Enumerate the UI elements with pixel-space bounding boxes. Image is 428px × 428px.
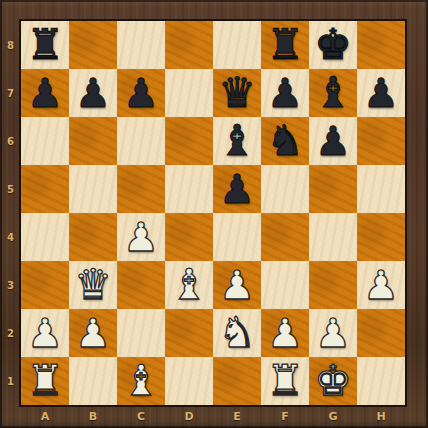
file-labels: ABCDEFGH <box>21 405 405 428</box>
square-h1[interactable] <box>357 357 405 405</box>
white-bishop[interactable]: ♝ <box>170 261 208 309</box>
square-d4[interactable] <box>165 213 213 261</box>
square-g1[interactable]: ♚ <box>309 357 357 405</box>
square-a6[interactable] <box>21 117 69 165</box>
white-king[interactable]: ♚ <box>314 357 352 405</box>
square-a3[interactable] <box>21 261 69 309</box>
black-pawn[interactable]: ♟ <box>27 69 63 117</box>
square-c1[interactable]: ♝ <box>117 357 165 405</box>
square-d7[interactable] <box>165 69 213 117</box>
square-e3[interactable]: ♟ <box>213 261 261 309</box>
chess-board[interactable]: ♜♜♚♟♟♟♛♟♝♟♝♞♟♟♟♛♝♟♟♟♟♞♟♟♜♝♜♚ <box>21 21 405 405</box>
white-pawn[interactable]: ♟ <box>267 309 303 357</box>
square-g5[interactable] <box>309 165 357 213</box>
black-queen[interactable]: ♛ <box>218 69 256 117</box>
white-pawn[interactable]: ♟ <box>363 261 399 309</box>
rank-label-8: 8 <box>0 21 21 69</box>
rank-label-3: 3 <box>0 261 21 309</box>
black-bishop[interactable]: ♝ <box>218 117 256 165</box>
square-c3[interactable] <box>117 261 165 309</box>
white-pawn[interactable]: ♟ <box>75 309 111 357</box>
white-pawn[interactable]: ♟ <box>315 309 351 357</box>
white-knight[interactable]: ♞ <box>218 309 256 357</box>
black-pawn[interactable]: ♟ <box>123 69 159 117</box>
rank-label-1: 1 <box>0 357 21 405</box>
white-pawn[interactable]: ♟ <box>27 309 63 357</box>
square-g7[interactable]: ♝ <box>309 69 357 117</box>
square-g6[interactable]: ♟ <box>309 117 357 165</box>
black-pawn[interactable]: ♟ <box>363 69 399 117</box>
file-label-c: C <box>117 405 165 428</box>
square-a8[interactable]: ♜ <box>21 21 69 69</box>
white-bishop[interactable]: ♝ <box>122 357 160 405</box>
square-h2[interactable] <box>357 309 405 357</box>
square-f8[interactable]: ♜ <box>261 21 309 69</box>
square-f1[interactable]: ♜ <box>261 357 309 405</box>
file-label-b: B <box>69 405 117 428</box>
black-pawn[interactable]: ♟ <box>315 117 351 165</box>
square-d8[interactable] <box>165 21 213 69</box>
square-c2[interactable] <box>117 309 165 357</box>
square-h4[interactable] <box>357 213 405 261</box>
file-label-f: F <box>261 405 309 428</box>
square-a4[interactable] <box>21 213 69 261</box>
white-pawn[interactable]: ♟ <box>123 213 159 261</box>
file-label-d: D <box>165 405 213 428</box>
square-g2[interactable]: ♟ <box>309 309 357 357</box>
rank-label-4: 4 <box>0 213 21 261</box>
rank-label-5: 5 <box>0 165 21 213</box>
square-h5[interactable] <box>357 165 405 213</box>
square-d5[interactable] <box>165 165 213 213</box>
square-a7[interactable]: ♟ <box>21 69 69 117</box>
square-b2[interactable]: ♟ <box>69 309 117 357</box>
square-b1[interactable] <box>69 357 117 405</box>
square-b4[interactable] <box>69 213 117 261</box>
square-f7[interactable]: ♟ <box>261 69 309 117</box>
square-h8[interactable] <box>357 21 405 69</box>
square-e8[interactable] <box>213 21 261 69</box>
file-label-a: A <box>21 405 69 428</box>
square-e7[interactable]: ♛ <box>213 69 261 117</box>
square-f4[interactable] <box>261 213 309 261</box>
square-c6[interactable] <box>117 117 165 165</box>
square-f3[interactable] <box>261 261 309 309</box>
square-d6[interactable] <box>165 117 213 165</box>
square-e6[interactable]: ♝ <box>213 117 261 165</box>
square-a2[interactable]: ♟ <box>21 309 69 357</box>
black-knight[interactable]: ♞ <box>266 117 304 165</box>
file-label-g: G <box>309 405 357 428</box>
black-bishop[interactable]: ♝ <box>314 69 352 117</box>
white-pawn[interactable]: ♟ <box>219 261 255 309</box>
board-frame: 87654321 ABCDEFGH ♜♜♚♟♟♟♛♟♝♟♝♞♟♟♟♛♝♟♟♟♟♞… <box>0 0 428 428</box>
square-d2[interactable] <box>165 309 213 357</box>
square-h6[interactable] <box>357 117 405 165</box>
square-c5[interactable] <box>117 165 165 213</box>
square-e2[interactable]: ♞ <box>213 309 261 357</box>
square-e1[interactable] <box>213 357 261 405</box>
square-b6[interactable] <box>69 117 117 165</box>
rank-labels: 87654321 <box>0 21 21 405</box>
square-a5[interactable] <box>21 165 69 213</box>
square-e5[interactable]: ♟ <box>213 165 261 213</box>
white-rook[interactable]: ♜ <box>266 357 304 405</box>
white-queen[interactable]: ♛ <box>74 261 112 309</box>
square-g4[interactable] <box>309 213 357 261</box>
square-h3[interactable]: ♟ <box>357 261 405 309</box>
square-c7[interactable]: ♟ <box>117 69 165 117</box>
white-rook[interactable]: ♜ <box>26 357 64 405</box>
black-rook[interactable]: ♜ <box>266 21 304 69</box>
square-f5[interactable] <box>261 165 309 213</box>
square-b8[interactable] <box>69 21 117 69</box>
black-pawn[interactable]: ♟ <box>267 69 303 117</box>
square-c8[interactable] <box>117 21 165 69</box>
file-label-h: H <box>357 405 405 428</box>
square-e4[interactable] <box>213 213 261 261</box>
square-f6[interactable]: ♞ <box>261 117 309 165</box>
black-pawn[interactable]: ♟ <box>219 165 255 213</box>
file-label-e: E <box>213 405 261 428</box>
rank-label-2: 2 <box>0 309 21 357</box>
square-d1[interactable] <box>165 357 213 405</box>
square-a1[interactable]: ♜ <box>21 357 69 405</box>
black-pawn[interactable]: ♟ <box>75 69 111 117</box>
black-king[interactable]: ♚ <box>314 21 352 69</box>
rank-label-7: 7 <box>0 69 21 117</box>
square-c4[interactable]: ♟ <box>117 213 165 261</box>
square-g8[interactable]: ♚ <box>309 21 357 69</box>
square-d3[interactable]: ♝ <box>165 261 213 309</box>
square-b5[interactable] <box>69 165 117 213</box>
square-f2[interactable]: ♟ <box>261 309 309 357</box>
square-g3[interactable] <box>309 261 357 309</box>
square-b7[interactable]: ♟ <box>69 69 117 117</box>
square-h7[interactable]: ♟ <box>357 69 405 117</box>
rank-label-6: 6 <box>0 117 21 165</box>
black-rook[interactable]: ♜ <box>26 21 64 69</box>
square-b3[interactable]: ♛ <box>69 261 117 309</box>
